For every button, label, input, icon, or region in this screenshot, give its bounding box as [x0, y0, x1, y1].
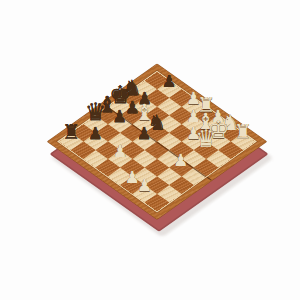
piece-black-pawn[interactable]: ♟ [106, 96, 133, 125]
piece-black-pawn[interactable]: ♟ [82, 113, 109, 142]
piece-white-rook[interactable]: ♜ [229, 113, 256, 142]
piece-white-pawn[interactable]: ♟ [131, 165, 158, 194]
piece-black-pawn[interactable]: ♟ [156, 61, 183, 90]
board-frame: ♟♟♜♟♞♜♟♝♚♞♟♟♛♚♟♝♞♝♟♟♟♛♟♟♜♟♟ [47, 63, 268, 220]
chess-board: ♟♟♜♟♞♜♟♝♚♞♟♟♛♚♟♝♞♝♟♟♟♛♟♟♜♟♟ [47, 63, 266, 219]
product-photo-scene: ♟♟♜♟♞♜♟♝♚♞♟♟♛♚♟♝♞♝♟♟♟♛♟♟♜♟♟ [0, 0, 300, 300]
piece-black-pawn[interactable]: ♟ [131, 113, 158, 142]
piece-white-pawn[interactable]: ♟ [167, 140, 194, 169]
piece-white-queen[interactable]: ♛ [192, 122, 219, 151]
piece-black-rook[interactable]: ♜ [57, 113, 84, 142]
board-hinge-seam [205, 176, 212, 181]
piece-white-pawn[interactable]: ♟ [107, 131, 134, 160]
